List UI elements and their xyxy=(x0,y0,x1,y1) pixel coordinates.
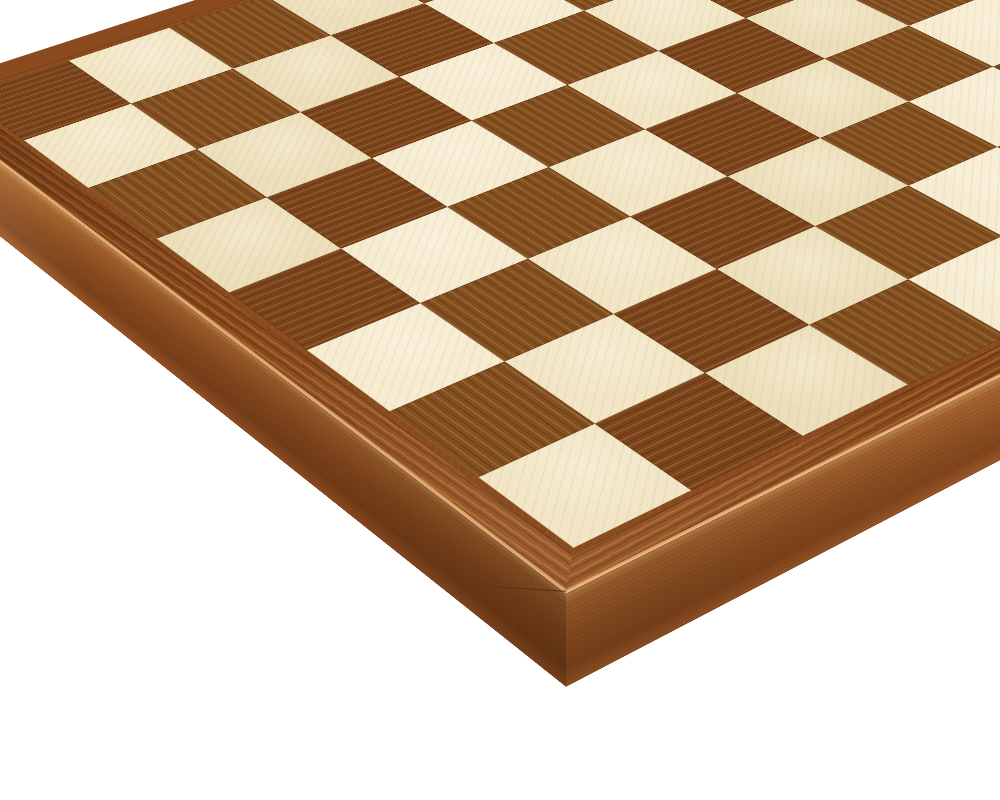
chessboard-product-photo xyxy=(0,0,1000,800)
